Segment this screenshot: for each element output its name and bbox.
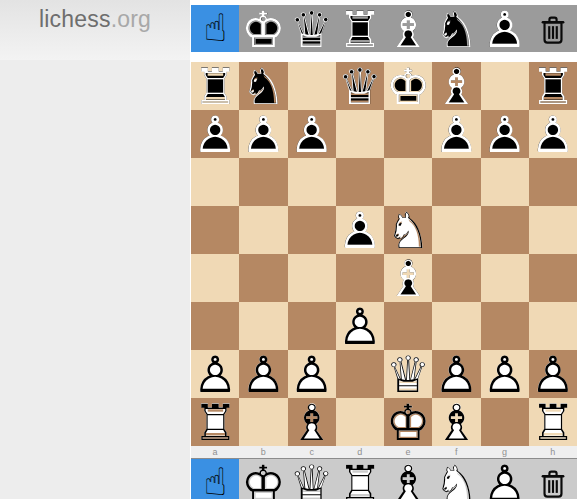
spare-white-pawn[interactable]: ♟♙ [481,459,529,499]
black-pawn-outline: ♙ [191,111,239,159]
black-pawn-fill: ♟ [432,111,480,159]
spare-black-king[interactable]: ♚♔ [239,5,287,52]
square-f4[interactable] [432,254,480,302]
black-pawn[interactable]: ♟♙ [191,110,239,158]
spare-black-pawn[interactable]: ♟♙ [481,5,529,52]
white-pawn[interactable]: ♟♙ [336,302,384,350]
spare-tray-white: ☝♚♔♛♕♜♖♝♗♞♘♟♙ [191,458,577,499]
black-pawn-outline: ♙ [288,111,336,159]
square-c6[interactable] [288,158,336,206]
black-bishop[interactable]: ♝♗ [432,62,480,110]
spare-white-queen[interactable]: ♛♕ [288,459,336,499]
black-pawn[interactable]: ♟♙ [336,206,384,254]
black-pawn-outline: ♙ [481,6,529,52]
square-d1[interactable] [336,398,384,446]
black-bishop-fill: ♝ [384,255,432,303]
square-b6[interactable] [239,158,287,206]
white-rook[interactable]: ♜♖ [529,398,577,446]
square-h4[interactable] [529,254,577,302]
square-b7[interactable]: ♟♙ [239,110,287,158]
square-h5[interactable] [529,206,577,254]
white-bishop-fill: ♝ [288,399,336,447]
white-pawn-outline: ♙ [481,351,529,399]
white-pawn-fill: ♟ [288,351,336,399]
white-rook[interactable]: ♜♖ [191,398,239,446]
black-rook-outline: ♖ [191,63,239,111]
square-e5[interactable]: ♞♘ [384,206,432,254]
black-king-outline: ♔ [239,6,287,52]
black-knight-fill: ♞ [239,63,287,111]
square-f5[interactable] [432,206,480,254]
square-d5[interactable]: ♟♙ [336,206,384,254]
square-g7[interactable]: ♟♙ [481,110,529,158]
spare-white-king[interactable]: ♚♔ [239,459,287,499]
square-h6[interactable] [529,158,577,206]
white-bishop-outline: ♗ [288,399,336,447]
white-rook-outline: ♖ [191,399,239,447]
square-e3[interactable] [384,302,432,350]
white-rook-outline: ♖ [529,399,577,447]
black-pawn-outline: ♙ [239,111,287,159]
white-pawn-outline: ♙ [529,351,577,399]
black-bishop-fill: ♝ [384,6,432,52]
square-h7[interactable]: ♟♙ [529,110,577,158]
black-queen-outline: ♕ [336,63,384,111]
square-a3[interactable] [191,302,239,350]
white-knight[interactable]: ♞♘ [384,206,432,254]
black-king-fill: ♚ [239,6,287,52]
black-pawn[interactable]: ♟♙ [432,110,480,158]
white-knight-outline: ♘ [432,460,480,499]
square-c8[interactable] [288,62,336,110]
white-bishop[interactable]: ♝♗ [288,398,336,446]
trash-button-black[interactable] [529,5,577,52]
square-b1[interactable] [239,398,287,446]
square-g3[interactable] [481,302,529,350]
white-queen-fill: ♛ [384,351,432,399]
square-b5[interactable] [239,206,287,254]
black-king[interactable]: ♚♔ [384,62,432,110]
square-e4[interactable]: ♝♗ [384,254,432,302]
white-rook-outline: ♖ [336,460,384,499]
square-a8[interactable]: ♜♖ [191,62,239,110]
square-a4[interactable] [191,254,239,302]
square-c7[interactable]: ♟♙ [288,110,336,158]
black-rook-outline: ♖ [336,6,384,52]
file-coordinates: abcdefgh [191,446,577,458]
spare-black-queen[interactable]: ♛♕ [288,5,336,52]
black-pawn-outline: ♙ [432,111,480,159]
square-e6[interactable] [384,158,432,206]
white-pawn-fill: ♟ [529,351,577,399]
black-knight-outline: ♘ [239,63,287,111]
file-label-h: h [529,446,577,458]
black-bishop-outline: ♗ [432,63,480,111]
pointer-tool-white[interactable]: ☝ [191,459,239,499]
spare-black-knight[interactable]: ♞♘ [432,5,480,52]
square-d7[interactable] [336,110,384,158]
white-bishop[interactable]: ♝♗ [432,398,480,446]
white-pawn[interactable]: ♟♙ [481,350,529,398]
black-rook[interactable]: ♜♖ [191,62,239,110]
square-d6[interactable] [336,158,384,206]
spare-white-knight[interactable]: ♞♘ [432,459,480,499]
square-f6[interactable] [432,158,480,206]
square-d4[interactable] [336,254,384,302]
square-a7[interactable]: ♟♙ [191,110,239,158]
white-bishop-fill: ♝ [384,460,432,499]
black-rook[interactable]: ♜♖ [336,5,384,52]
white-knight[interactable]: ♞♘ [432,459,480,499]
white-bishop-outline: ♗ [432,399,480,447]
file-label-g: g [481,446,529,458]
square-c2[interactable]: ♟♙ [288,350,336,398]
chess-board: ♜♖♞♘♛♕♚♔♝♗♜♖♟♙♟♙♟♙♟♙♟♙♟♙♟♙♞♘♝♗♟♙♟♙♟♙♟♙♛♕… [191,62,577,446]
white-pawn-outline: ♙ [288,351,336,399]
black-king-fill: ♚ [384,63,432,111]
black-pawn-outline: ♙ [481,111,529,159]
square-d2[interactable] [336,350,384,398]
square-g4[interactable] [481,254,529,302]
white-queen-outline: ♕ [288,460,336,499]
white-pawn-fill: ♟ [432,351,480,399]
square-h2[interactable]: ♟♙ [529,350,577,398]
site-logo-suffix: .org [111,6,151,32]
file-label-b: b [239,446,287,458]
white-pawn[interactable]: ♟♙ [529,350,577,398]
white-queen[interactable]: ♛♕ [288,459,336,499]
white-pawn-outline: ♙ [481,460,529,499]
square-h1[interactable]: ♜♖ [529,398,577,446]
black-bishop-outline: ♗ [384,6,432,52]
spare-black-rook[interactable]: ♜♖ [336,5,384,52]
white-pawn-outline: ♙ [336,303,384,351]
square-f8[interactable]: ♝♗ [432,62,480,110]
square-g5[interactable] [481,206,529,254]
black-knight[interactable]: ♞♘ [239,62,287,110]
site-logo-brand: lichess [39,6,111,32]
square-g2[interactable]: ♟♙ [481,350,529,398]
black-queen[interactable]: ♛♕ [336,62,384,110]
black-pawn[interactable]: ♟♙ [481,5,529,52]
black-pawn-fill: ♟ [191,111,239,159]
white-pawn-fill: ♟ [191,351,239,399]
white-knight-fill: ♞ [384,207,432,255]
square-h8[interactable]: ♜♖ [529,62,577,110]
spare-white-bishop[interactable]: ♝♗ [384,459,432,499]
black-king-outline: ♔ [384,63,432,111]
black-queen[interactable]: ♛♕ [288,5,336,52]
white-pawn[interactable]: ♟♙ [239,350,287,398]
black-bishop-fill: ♝ [432,63,480,111]
white-knight-outline: ♘ [384,207,432,255]
white-bishop[interactable]: ♝♗ [384,459,432,499]
black-pawn-fill: ♟ [481,6,529,52]
white-pawn[interactable]: ♟♙ [288,350,336,398]
white-pawn[interactable]: ♟♙ [481,459,529,499]
square-b8[interactable]: ♞♘ [239,62,287,110]
white-king-fill: ♚ [239,460,287,499]
site-header: lichess.org [0,0,190,60]
black-bishop[interactable]: ♝♗ [384,254,432,302]
white-rook-fill: ♜ [191,399,239,447]
black-rook-fill: ♜ [336,6,384,52]
black-bishop-outline: ♗ [384,255,432,303]
black-pawn[interactable]: ♟♙ [529,110,577,158]
black-bishop[interactable]: ♝♗ [384,5,432,52]
white-bishop-outline: ♗ [384,460,432,499]
black-pawn-fill: ♟ [336,207,384,255]
trash-icon [537,12,569,46]
pointer-tool-black[interactable]: ☝ [191,5,239,52]
file-label-a: a [191,446,239,458]
square-c5[interactable] [288,206,336,254]
white-king-fill: ♚ [384,399,432,447]
square-b4[interactable] [239,254,287,302]
spare-tray-black: ☝♚♔♛♕♜♖♝♗♞♘♟♙ [191,5,577,52]
white-king-outline: ♔ [239,460,287,499]
black-pawn[interactable]: ♟♙ [481,110,529,158]
trash-icon [537,466,569,499]
square-a1[interactable]: ♜♖ [191,398,239,446]
white-knight-fill: ♞ [432,460,480,499]
white-pawn-outline: ♙ [239,351,287,399]
black-rook-fill: ♜ [529,63,577,111]
black-knight-outline: ♘ [432,6,480,52]
black-knight-fill: ♞ [432,6,480,52]
square-d8[interactable]: ♛♕ [336,62,384,110]
white-queen[interactable]: ♛♕ [384,350,432,398]
black-pawn-outline: ♙ [336,207,384,255]
square-f2[interactable]: ♟♙ [432,350,480,398]
board-editor-column: ☝♚♔♛♕♜♖♝♗♞♘♟♙ ♜♖♞♘♛♕♚♔♝♗♜♖♟♙♟♙♟♙♟♙♟♙♟♙♟♙… [191,0,577,499]
white-pawn[interactable]: ♟♙ [191,350,239,398]
pointer-hand-icon: ☝ [204,463,227,499]
white-king-outline: ♔ [384,399,432,447]
spare-black-bishop[interactable]: ♝♗ [384,5,432,52]
black-queen-outline: ♕ [288,6,336,52]
square-g8[interactable] [481,62,529,110]
white-pawn-outline: ♙ [432,351,480,399]
square-b3[interactable] [239,302,287,350]
white-rook-fill: ♜ [529,399,577,447]
black-pawn[interactable]: ♟♙ [239,110,287,158]
black-rook-fill: ♜ [191,63,239,111]
white-rook[interactable]: ♜♖ [336,459,384,499]
spare-white-rook[interactable]: ♜♖ [336,459,384,499]
square-d3[interactable]: ♟♙ [336,302,384,350]
white-pawn-fill: ♟ [336,303,384,351]
square-g6[interactable] [481,158,529,206]
pointer-hand-icon: ☝ [204,9,227,47]
square-a6[interactable] [191,158,239,206]
white-king[interactable]: ♚♔ [239,459,287,499]
black-pawn-fill: ♟ [288,111,336,159]
white-pawn-outline: ♙ [191,351,239,399]
file-label-c: c [288,446,336,458]
square-c3[interactable] [288,302,336,350]
white-king[interactable]: ♚♔ [384,398,432,446]
black-king[interactable]: ♚♔ [239,5,287,52]
black-pawn[interactable]: ♟♙ [288,110,336,158]
square-g1[interactable] [481,398,529,446]
black-pawn-fill: ♟ [481,111,529,159]
white-pawn-fill: ♟ [239,351,287,399]
square-c4[interactable] [288,254,336,302]
square-f3[interactable] [432,302,480,350]
square-e1[interactable]: ♚♔ [384,398,432,446]
black-knight[interactable]: ♞♘ [432,5,480,52]
square-b2[interactable]: ♟♙ [239,350,287,398]
white-queen-fill: ♛ [288,460,336,499]
file-label-d: d [336,446,384,458]
left-panel: lichess.org [0,0,190,499]
square-f1[interactable]: ♝♗ [432,398,480,446]
black-pawn-fill: ♟ [529,111,577,159]
white-bishop-fill: ♝ [432,399,480,447]
white-queen-outline: ♕ [384,351,432,399]
square-c1[interactable]: ♝♗ [288,398,336,446]
white-rook-fill: ♜ [336,460,384,499]
square-e2[interactable]: ♛♕ [384,350,432,398]
black-rook-outline: ♖ [529,63,577,111]
site-logo[interactable]: lichess.org [39,6,151,33]
square-h3[interactable] [529,302,577,350]
trash-button-white[interactable] [529,459,577,499]
square-e8[interactable]: ♚♔ [384,62,432,110]
file-label-e: e [384,446,432,458]
black-pawn-fill: ♟ [239,111,287,159]
square-a5[interactable] [191,206,239,254]
square-e7[interactable] [384,110,432,158]
black-rook[interactable]: ♜♖ [529,62,577,110]
white-pawn-fill: ♟ [481,460,529,499]
black-pawn-outline: ♙ [529,111,577,159]
black-queen-fill: ♛ [288,6,336,52]
file-label-f: f [432,446,480,458]
white-pawn[interactable]: ♟♙ [432,350,480,398]
white-pawn-fill: ♟ [481,351,529,399]
black-queen-fill: ♛ [336,63,384,111]
square-a2[interactable]: ♟♙ [191,350,239,398]
square-f7[interactable]: ♟♙ [432,110,480,158]
